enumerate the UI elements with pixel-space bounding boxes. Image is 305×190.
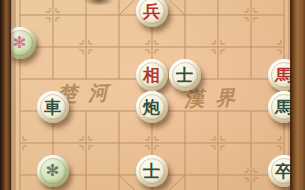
piece-red-elephant[interactable]: 相 (136, 59, 168, 91)
piece-glyph: 士 (143, 163, 160, 180)
piece-red-soldier[interactable]: 兵 (136, 0, 168, 27)
piece-glyph: ✻ (46, 163, 59, 179)
piece-glyph: 士 (176, 67, 193, 84)
piece-hidden-black-piece[interactable]: ✻ (37, 155, 69, 187)
piece-glyph: 炮 (143, 99, 160, 116)
piece-glyph: 車 (44, 99, 61, 116)
xiangqi-board-screen: 楚河 漢界 兵✻相士馬車炮馬✻士卒 (0, 0, 305, 190)
piece-grid[interactable]: 兵✻相士馬車炮馬✻士卒 (3, 0, 300, 190)
left-wood-frame (0, 0, 11, 190)
piece-glyph: 兵 (143, 3, 160, 20)
right-wood-frame (290, 0, 305, 190)
piece-black-advisor[interactable]: 士 (136, 155, 168, 187)
piece-black-chariot[interactable]: 車 (37, 91, 69, 123)
left-frame-shadow (11, 0, 16, 190)
piece-black-cannon[interactable]: 炮 (136, 91, 168, 123)
piece-black-advisor[interactable]: 士 (169, 59, 201, 91)
piece-glyph: 相 (143, 67, 160, 84)
